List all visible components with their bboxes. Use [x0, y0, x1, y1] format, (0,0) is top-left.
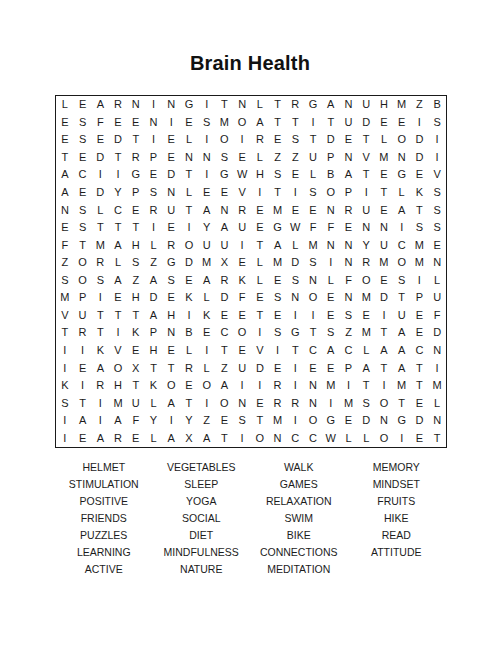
grid-cell-r20c14[interactable]: C: [286, 429, 304, 447]
grid-cell-r11c21[interactable]: I: [411, 271, 429, 289]
grid-cell-r7c9[interactable]: A: [198, 201, 216, 219]
grid-cell-r5c1[interactable]: A: [56, 166, 74, 184]
grid-cell-r4c20[interactable]: N: [393, 149, 411, 167]
grid-cell-r17c20[interactable]: M: [393, 377, 411, 395]
grid-cell-r2c9[interactable]: S: [198, 114, 216, 132]
grid-cell-r13c15[interactable]: I: [304, 307, 322, 325]
grid-cell-r4c15[interactable]: U: [304, 149, 322, 167]
grid-cell-r4c17[interactable]: N: [340, 149, 358, 167]
grid-cell-r4c18[interactable]: V: [357, 149, 375, 167]
grid-cell-r18c3[interactable]: I: [91, 394, 109, 412]
grid-cell-r11c18[interactable]: O: [357, 271, 375, 289]
grid-cell-r8c3[interactable]: T: [91, 219, 109, 237]
grid-cell-r19c1[interactable]: I: [56, 412, 74, 430]
grid-cell-r7c19[interactable]: E: [375, 201, 393, 219]
grid-cell-r6c22[interactable]: S: [428, 184, 446, 202]
grid-cell-r10c13[interactable]: M: [269, 254, 287, 272]
grid-cell-r18c9[interactable]: I: [198, 394, 216, 412]
grid-cell-r11c20[interactable]: S: [393, 271, 411, 289]
grid-cell-r4c3[interactable]: D: [91, 149, 109, 167]
grid-cell-r12c4[interactable]: E: [109, 289, 127, 307]
grid-cell-r13c1[interactable]: V: [56, 307, 74, 325]
grid-cell-r20c10[interactable]: T: [216, 429, 234, 447]
grid-cell-r19c22[interactable]: N: [428, 412, 446, 430]
grid-cell-r14c4[interactable]: I: [109, 324, 127, 342]
grid-cell-r5c18[interactable]: T: [357, 166, 375, 184]
grid-cell-r12c19[interactable]: D: [375, 289, 393, 307]
grid-cell-r3c13[interactable]: E: [269, 131, 287, 149]
grid-cell-r17c16[interactable]: M: [322, 377, 340, 395]
grid-cell-r5c11[interactable]: W: [233, 166, 251, 184]
grid-cell-r11c2[interactable]: O: [74, 271, 92, 289]
grid-cell-r20c13[interactable]: N: [269, 429, 287, 447]
grid-cell-r13c19[interactable]: I: [375, 307, 393, 325]
grid-cell-r13c22[interactable]: F: [428, 307, 446, 325]
grid-cell-r15c5[interactable]: E: [127, 342, 145, 360]
grid-cell-r8c12[interactable]: E: [251, 219, 269, 237]
grid-cell-r13c18[interactable]: E: [357, 307, 375, 325]
grid-cell-r17c12[interactable]: I: [251, 377, 269, 395]
grid-cell-r20c21[interactable]: E: [411, 429, 429, 447]
grid-cell-r10c14[interactable]: D: [286, 254, 304, 272]
grid-cell-r12c6[interactable]: D: [145, 289, 163, 307]
grid-cell-r6c7[interactable]: N: [162, 184, 180, 202]
grid-cell-r8c1[interactable]: E: [56, 219, 74, 237]
grid-cell-r1c18[interactable]: U: [357, 96, 375, 114]
grid-cell-r18c10[interactable]: O: [216, 394, 234, 412]
grid-cell-r7c20[interactable]: A: [393, 201, 411, 219]
grid-cell-r1c4[interactable]: R: [109, 96, 127, 114]
grid-cell-r8c10[interactable]: A: [216, 219, 234, 237]
grid-cell-r16c15[interactable]: E: [304, 359, 322, 377]
grid-cell-r10c10[interactable]: X: [216, 254, 234, 272]
grid-cell-r12c9[interactable]: L: [198, 289, 216, 307]
grid-cell-r5c8[interactable]: T: [180, 166, 198, 184]
grid-cell-r17c9[interactable]: O: [198, 377, 216, 395]
grid-cell-r20c22[interactable]: T: [428, 429, 446, 447]
grid-cell-r8c17[interactable]: E: [340, 219, 358, 237]
grid-cell-r20c17[interactable]: L: [340, 429, 358, 447]
grid-cell-r15c19[interactable]: A: [375, 342, 393, 360]
grid-cell-r7c15[interactable]: E: [304, 201, 322, 219]
grid-cell-r15c7[interactable]: E: [162, 342, 180, 360]
grid-cell-r18c5[interactable]: U: [127, 394, 145, 412]
grid-cell-r10c20[interactable]: O: [393, 254, 411, 272]
grid-cell-r7c7[interactable]: U: [162, 201, 180, 219]
grid-cell-r16c18[interactable]: A: [357, 359, 375, 377]
grid-cell-r3c15[interactable]: T: [304, 131, 322, 149]
grid-cell-r2c13[interactable]: T: [269, 114, 287, 132]
grid-cell-r3c17[interactable]: E: [340, 131, 358, 149]
grid-cell-r3c2[interactable]: S: [74, 131, 92, 149]
grid-cell-r4c6[interactable]: P: [145, 149, 163, 167]
grid-cell-r2c12[interactable]: A: [251, 114, 269, 132]
grid-cell-r15c14[interactable]: T: [286, 342, 304, 360]
grid-cell-r9c7[interactable]: R: [162, 236, 180, 254]
grid-cell-r17c4[interactable]: H: [109, 377, 127, 395]
grid-cell-r3c19[interactable]: L: [375, 131, 393, 149]
grid-cell-r5c12[interactable]: H: [251, 166, 269, 184]
grid-cell-r1c10[interactable]: T: [216, 96, 234, 114]
grid-cell-r4c10[interactable]: S: [216, 149, 234, 167]
grid-cell-r15c8[interactable]: L: [180, 342, 198, 360]
grid-cell-r3c4[interactable]: D: [109, 131, 127, 149]
grid-cell-r2c2[interactable]: S: [74, 114, 92, 132]
grid-cell-r20c1[interactable]: I: [56, 429, 74, 447]
grid-cell-r5c16[interactable]: B: [322, 166, 340, 184]
grid-cell-r8c18[interactable]: N: [357, 219, 375, 237]
grid-cell-r3c7[interactable]: E: [162, 131, 180, 149]
grid-cell-r12c5[interactable]: H: [127, 289, 145, 307]
grid-cell-r13c11[interactable]: E: [233, 307, 251, 325]
grid-cell-r8c9[interactable]: Y: [198, 219, 216, 237]
grid-cell-r14c11[interactable]: O: [233, 324, 251, 342]
grid-cell-r16c7[interactable]: T: [162, 359, 180, 377]
grid-cell-r17c21[interactable]: T: [411, 377, 429, 395]
grid-cell-r20c7[interactable]: A: [162, 429, 180, 447]
grid-cell-r7c5[interactable]: E: [127, 201, 145, 219]
grid-cell-r20c4[interactable]: R: [109, 429, 127, 447]
grid-cell-r18c8[interactable]: T: [180, 394, 198, 412]
grid-cell-r3c11[interactable]: I: [233, 131, 251, 149]
grid-cell-r20c12[interactable]: O: [251, 429, 269, 447]
grid-cell-r12c20[interactable]: T: [393, 289, 411, 307]
grid-cell-r6c5[interactable]: P: [127, 184, 145, 202]
grid-cell-r8c14[interactable]: W: [286, 219, 304, 237]
grid-cell-r9c10[interactable]: U: [216, 236, 234, 254]
grid-cell-r14c7[interactable]: N: [162, 324, 180, 342]
grid-cell-r10c4[interactable]: L: [109, 254, 127, 272]
grid-cell-r20c20[interactable]: I: [393, 429, 411, 447]
grid-cell-r18c22[interactable]: L: [428, 394, 446, 412]
grid-cell-r5c7[interactable]: D: [162, 166, 180, 184]
grid-cell-r8c21[interactable]: S: [411, 219, 429, 237]
grid-cell-r5c20[interactable]: G: [393, 166, 411, 184]
grid-cell-r19c15[interactable]: O: [304, 412, 322, 430]
grid-cell-r17c1[interactable]: K: [56, 377, 74, 395]
grid-cell-r14c19[interactable]: T: [375, 324, 393, 342]
grid-cell-r5c6[interactable]: E: [145, 166, 163, 184]
grid-cell-r19c7[interactable]: I: [162, 412, 180, 430]
grid-cell-r14c13[interactable]: S: [269, 324, 287, 342]
grid-cell-r9c2[interactable]: T: [74, 236, 92, 254]
grid-cell-r15c4[interactable]: V: [109, 342, 127, 360]
grid-cell-r8c4[interactable]: T: [109, 219, 127, 237]
grid-cell-r11c3[interactable]: S: [91, 271, 109, 289]
grid-cell-r13c14[interactable]: I: [286, 307, 304, 325]
grid-cell-r16c1[interactable]: I: [56, 359, 74, 377]
grid-cell-r2c15[interactable]: I: [304, 114, 322, 132]
grid-cell-r4c12[interactable]: L: [251, 149, 269, 167]
grid-cell-r1c9[interactable]: I: [198, 96, 216, 114]
grid-cell-r7c8[interactable]: T: [180, 201, 198, 219]
grid-cell-r6c15[interactable]: S: [304, 184, 322, 202]
grid-cell-r16c11[interactable]: U: [233, 359, 251, 377]
grid-cell-r11c15[interactable]: N: [304, 271, 322, 289]
grid-cell-r13c16[interactable]: E: [322, 307, 340, 325]
grid-cell-r17c14[interactable]: I: [286, 377, 304, 395]
grid-cell-r15c6[interactable]: H: [145, 342, 163, 360]
grid-cell-r2c22[interactable]: S: [428, 114, 446, 132]
grid-cell-r11c14[interactable]: S: [286, 271, 304, 289]
grid-cell-r10c1[interactable]: Z: [56, 254, 74, 272]
grid-cell-r17c22[interactable]: M: [428, 377, 446, 395]
grid-cell-r9c13[interactable]: A: [269, 236, 287, 254]
grid-cell-r17c15[interactable]: N: [304, 377, 322, 395]
grid-cell-r14c12[interactable]: I: [251, 324, 269, 342]
grid-cell-r10c19[interactable]: M: [375, 254, 393, 272]
grid-cell-r14c2[interactable]: R: [74, 324, 92, 342]
grid-cell-r1c11[interactable]: N: [233, 96, 251, 114]
grid-cell-r13c21[interactable]: E: [411, 307, 429, 325]
grid-cell-r11c16[interactable]: L: [322, 271, 340, 289]
grid-cell-r9c19[interactable]: U: [375, 236, 393, 254]
grid-cell-r12c7[interactable]: E: [162, 289, 180, 307]
grid-cell-r14c15[interactable]: T: [304, 324, 322, 342]
grid-cell-r14c9[interactable]: E: [198, 324, 216, 342]
grid-cell-r13c8[interactable]: I: [180, 307, 198, 325]
grid-cell-r16c17[interactable]: P: [340, 359, 358, 377]
grid-cell-r2c20[interactable]: E: [393, 114, 411, 132]
grid-cell-r1c2[interactable]: E: [74, 96, 92, 114]
grid-cell-r15c16[interactable]: A: [322, 342, 340, 360]
grid-cell-r1c17[interactable]: N: [340, 96, 358, 114]
grid-cell-r5c21[interactable]: E: [411, 166, 429, 184]
grid-cell-r1c14[interactable]: R: [286, 96, 304, 114]
grid-cell-r19c17[interactable]: E: [340, 412, 358, 430]
grid-cell-r17c10[interactable]: A: [216, 377, 234, 395]
grid-cell-r7c4[interactable]: C: [109, 201, 127, 219]
grid-cell-r11c5[interactable]: Z: [127, 271, 145, 289]
grid-cell-r7c3[interactable]: L: [91, 201, 109, 219]
grid-cell-r4c21[interactable]: D: [411, 149, 429, 167]
grid-cell-r1c20[interactable]: M: [393, 96, 411, 114]
grid-cell-r9c3[interactable]: M: [91, 236, 109, 254]
grid-cell-r2c8[interactable]: E: [180, 114, 198, 132]
grid-cell-r19c21[interactable]: D: [411, 412, 429, 430]
grid-cell-r5c3[interactable]: I: [91, 166, 109, 184]
grid-cell-r9c8[interactable]: O: [180, 236, 198, 254]
grid-cell-r18c4[interactable]: M: [109, 394, 127, 412]
grid-cell-r11c17[interactable]: F: [340, 271, 358, 289]
grid-cell-r11c7[interactable]: S: [162, 271, 180, 289]
grid-cell-r16c9[interactable]: L: [198, 359, 216, 377]
grid-cell-r1c21[interactable]: Z: [411, 96, 429, 114]
grid-cell-r8c19[interactable]: N: [375, 219, 393, 237]
grid-cell-r2c21[interactable]: I: [411, 114, 429, 132]
grid-cell-r10c12[interactable]: L: [251, 254, 269, 272]
grid-cell-r8c20[interactable]: I: [393, 219, 411, 237]
grid-cell-r4c14[interactable]: Z: [286, 149, 304, 167]
grid-cell-r6c9[interactable]: E: [198, 184, 216, 202]
grid-cell-r18c13[interactable]: R: [269, 394, 287, 412]
grid-cell-r5c22[interactable]: V: [428, 166, 446, 184]
grid-cell-r10c7[interactable]: G: [162, 254, 180, 272]
grid-cell-r13c9[interactable]: K: [198, 307, 216, 325]
grid-cell-r6c11[interactable]: V: [233, 184, 251, 202]
grid-cell-r8c13[interactable]: G: [269, 219, 287, 237]
grid-cell-r6c1[interactable]: A: [56, 184, 74, 202]
grid-cell-r10c22[interactable]: N: [428, 254, 446, 272]
grid-cell-r3c20[interactable]: O: [393, 131, 411, 149]
grid-cell-r14c6[interactable]: P: [145, 324, 163, 342]
grid-cell-r2c16[interactable]: T: [322, 114, 340, 132]
grid-cell-r20c3[interactable]: A: [91, 429, 109, 447]
grid-cell-r11c13[interactable]: E: [269, 271, 287, 289]
grid-cell-r8c11[interactable]: U: [233, 219, 251, 237]
grid-cell-r8c6[interactable]: I: [145, 219, 163, 237]
grid-cell-r4c19[interactable]: M: [375, 149, 393, 167]
grid-cell-r2c6[interactable]: N: [145, 114, 163, 132]
grid-cell-r16c19[interactable]: T: [375, 359, 393, 377]
grid-cell-r18c20[interactable]: T: [393, 394, 411, 412]
grid-cell-r9c4[interactable]: A: [109, 236, 127, 254]
grid-cell-r17c18[interactable]: T: [357, 377, 375, 395]
grid-cell-r19c11[interactable]: S: [233, 412, 251, 430]
grid-cell-r15c11[interactable]: E: [233, 342, 251, 360]
grid-cell-r19c12[interactable]: T: [251, 412, 269, 430]
grid-cell-r18c6[interactable]: L: [145, 394, 163, 412]
grid-cell-r2c14[interactable]: T: [286, 114, 304, 132]
grid-cell-r11c19[interactable]: E: [375, 271, 393, 289]
grid-cell-r19c16[interactable]: G: [322, 412, 340, 430]
grid-cell-r7c18[interactable]: U: [357, 201, 375, 219]
grid-cell-r7c1[interactable]: N: [56, 201, 74, 219]
grid-cell-r12c18[interactable]: M: [357, 289, 375, 307]
grid-cell-r1c5[interactable]: N: [127, 96, 145, 114]
grid-cell-r2c5[interactable]: E: [127, 114, 145, 132]
grid-cell-r16c21[interactable]: T: [411, 359, 429, 377]
grid-cell-r6c12[interactable]: I: [251, 184, 269, 202]
grid-cell-r15c20[interactable]: A: [393, 342, 411, 360]
grid-cell-r11c4[interactable]: A: [109, 271, 127, 289]
grid-cell-r1c3[interactable]: A: [91, 96, 109, 114]
grid-cell-r19c9[interactable]: Z: [198, 412, 216, 430]
grid-cell-r18c11[interactable]: N: [233, 394, 251, 412]
grid-cell-r18c18[interactable]: S: [357, 394, 375, 412]
grid-cell-r18c15[interactable]: N: [304, 394, 322, 412]
grid-cell-r1c1[interactable]: L: [56, 96, 74, 114]
grid-cell-r20c16[interactable]: W: [322, 429, 340, 447]
grid-cell-r10c6[interactable]: Z: [145, 254, 163, 272]
grid-cell-r13c13[interactable]: E: [269, 307, 287, 325]
grid-cell-r13c10[interactable]: E: [216, 307, 234, 325]
grid-cell-r17c13[interactable]: R: [269, 377, 287, 395]
grid-cell-r6c8[interactable]: L: [180, 184, 198, 202]
grid-cell-r15c1[interactable]: I: [56, 342, 74, 360]
grid-cell-r20c5[interactable]: E: [127, 429, 145, 447]
grid-cell-r18c17[interactable]: M: [340, 394, 358, 412]
grid-cell-r18c19[interactable]: O: [375, 394, 393, 412]
grid-cell-r15c18[interactable]: L: [357, 342, 375, 360]
grid-cell-r13c5[interactable]: T: [127, 307, 145, 325]
grid-cell-r20c8[interactable]: X: [180, 429, 198, 447]
grid-cell-r7c21[interactable]: T: [411, 201, 429, 219]
grid-cell-r2c18[interactable]: D: [357, 114, 375, 132]
grid-cell-r13c4[interactable]: T: [109, 307, 127, 325]
grid-cell-r12c13[interactable]: S: [269, 289, 287, 307]
grid-cell-r17c2[interactable]: I: [74, 377, 92, 395]
grid-cell-r4c4[interactable]: T: [109, 149, 127, 167]
grid-cell-r9c21[interactable]: M: [411, 236, 429, 254]
grid-cell-r17c5[interactable]: T: [127, 377, 145, 395]
grid-cell-r19c5[interactable]: F: [127, 412, 145, 430]
grid-cell-r6c3[interactable]: D: [91, 184, 109, 202]
grid-cell-r20c11[interactable]: I: [233, 429, 251, 447]
grid-cell-r16c12[interactable]: D: [251, 359, 269, 377]
grid-cell-r3c21[interactable]: D: [411, 131, 429, 149]
grid-cell-r6c18[interactable]: I: [357, 184, 375, 202]
grid-cell-r14c20[interactable]: A: [393, 324, 411, 342]
grid-cell-r15c17[interactable]: C: [340, 342, 358, 360]
grid-cell-r12c21[interactable]: P: [411, 289, 429, 307]
grid-cell-r14c5[interactable]: K: [127, 324, 145, 342]
grid-cell-r11c6[interactable]: A: [145, 271, 163, 289]
grid-cell-r12c12[interactable]: E: [251, 289, 269, 307]
grid-cell-r3c5[interactable]: T: [127, 131, 145, 149]
grid-cell-r4c13[interactable]: Z: [269, 149, 287, 167]
grid-cell-r14c3[interactable]: T: [91, 324, 109, 342]
grid-cell-r6c2[interactable]: E: [74, 184, 92, 202]
grid-cell-r4c9[interactable]: N: [198, 149, 216, 167]
grid-cell-r19c18[interactable]: D: [357, 412, 375, 430]
grid-cell-r17c8[interactable]: E: [180, 377, 198, 395]
grid-cell-r16c2[interactable]: E: [74, 359, 92, 377]
grid-cell-r3c6[interactable]: I: [145, 131, 163, 149]
grid-cell-r9c16[interactable]: N: [322, 236, 340, 254]
grid-cell-r18c1[interactable]: S: [56, 394, 74, 412]
grid-cell-r16c3[interactable]: A: [91, 359, 109, 377]
grid-cell-r5c10[interactable]: G: [216, 166, 234, 184]
grid-cell-r3c8[interactable]: L: [180, 131, 198, 149]
grid-cell-r19c13[interactable]: M: [269, 412, 287, 430]
grid-cell-r17c6[interactable]: K: [145, 377, 163, 395]
grid-cell-r20c18[interactable]: L: [357, 429, 375, 447]
grid-cell-r16c4[interactable]: O: [109, 359, 127, 377]
grid-cell-r3c16[interactable]: D: [322, 131, 340, 149]
grid-cell-r14c22[interactable]: D: [428, 324, 446, 342]
grid-cell-r5c17[interactable]: A: [340, 166, 358, 184]
grid-cell-r4c8[interactable]: N: [180, 149, 198, 167]
grid-cell-r8c2[interactable]: S: [74, 219, 92, 237]
grid-cell-r12c2[interactable]: P: [74, 289, 92, 307]
grid-cell-r4c7[interactable]: E: [162, 149, 180, 167]
grid-cell-r9c15[interactable]: M: [304, 236, 322, 254]
grid-cell-r6c13[interactable]: T: [269, 184, 287, 202]
grid-cell-r7c13[interactable]: M: [269, 201, 287, 219]
grid-cell-r15c15[interactable]: C: [304, 342, 322, 360]
grid-cell-r15c13[interactable]: I: [269, 342, 287, 360]
grid-cell-r7c14[interactable]: E: [286, 201, 304, 219]
grid-cell-r10c2[interactable]: O: [74, 254, 92, 272]
grid-cell-r6c19[interactable]: T: [375, 184, 393, 202]
grid-cell-r8c15[interactable]: F: [304, 219, 322, 237]
grid-cell-r13c2[interactable]: U: [74, 307, 92, 325]
grid-cell-r20c6[interactable]: L: [145, 429, 163, 447]
grid-cell-r14c18[interactable]: M: [357, 324, 375, 342]
grid-cell-r11c9[interactable]: A: [198, 271, 216, 289]
grid-cell-r8c5[interactable]: T: [127, 219, 145, 237]
grid-cell-r14c16[interactable]: S: [322, 324, 340, 342]
grid-cell-r12c15[interactable]: O: [304, 289, 322, 307]
grid-cell-r7c12[interactable]: E: [251, 201, 269, 219]
grid-cell-r1c8[interactable]: G: [180, 96, 198, 114]
grid-cell-r15c3[interactable]: K: [91, 342, 109, 360]
grid-cell-r17c19[interactable]: I: [375, 377, 393, 395]
grid-cell-r15c2[interactable]: I: [74, 342, 92, 360]
grid-cell-r15c12[interactable]: V: [251, 342, 269, 360]
grid-cell-r2c17[interactable]: U: [340, 114, 358, 132]
